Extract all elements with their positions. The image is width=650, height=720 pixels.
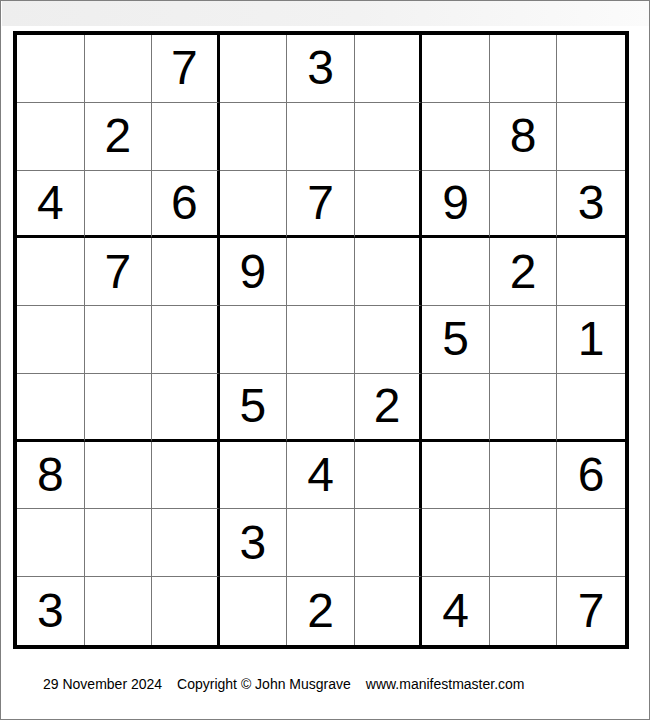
sudoku-cell-r4c5	[287, 238, 355, 306]
sudoku-cell-r5c5	[287, 306, 355, 374]
sudoku-cell-r7c7	[422, 442, 490, 510]
sudoku-cell-r1c2	[85, 35, 153, 103]
sudoku-cell-r7c9: 6	[557, 442, 625, 510]
sudoku-cell-r4c9	[557, 238, 625, 306]
sudoku-cell-r6c3	[152, 374, 220, 442]
sudoku-cell-r7c2	[85, 442, 153, 510]
sudoku-cell-r2c7	[422, 103, 490, 171]
sudoku-cell-r7c8	[490, 442, 558, 510]
sudoku-cell-r4c2: 7	[85, 238, 153, 306]
sudoku-board: 732846793792515284633247	[13, 31, 629, 649]
sudoku-cell-r6c5	[287, 374, 355, 442]
sudoku-cell-r7c1: 8	[17, 442, 85, 510]
sudoku-cell-r8c7	[422, 509, 490, 577]
sudoku-cell-r3c8	[490, 171, 558, 239]
sudoku-cell-r4c8: 2	[490, 238, 558, 306]
sudoku-cell-r3c5: 7	[287, 171, 355, 239]
sudoku-cell-r8c8	[490, 509, 558, 577]
sudoku-cell-r8c2	[85, 509, 153, 577]
sudoku-cell-r1c1	[17, 35, 85, 103]
puzzle-page: 732846793792515284633247 29 November 202…	[0, 0, 650, 720]
sudoku-cell-r8c9	[557, 509, 625, 577]
sudoku-cell-r9c6	[355, 577, 423, 645]
top-strip	[2, 1, 649, 26]
puzzle-date: 29 November 2024	[43, 676, 162, 692]
sudoku-cell-r3c1: 4	[17, 171, 85, 239]
sudoku-cell-r3c7: 9	[422, 171, 490, 239]
sudoku-cell-r5c8	[490, 306, 558, 374]
sudoku-cell-r9c2	[85, 577, 153, 645]
sudoku-cell-r8c6	[355, 509, 423, 577]
sudoku-cell-r5c4	[220, 306, 288, 374]
sudoku-cell-r7c6	[355, 442, 423, 510]
sudoku-cell-r4c1	[17, 238, 85, 306]
sudoku-cell-r1c5: 3	[287, 35, 355, 103]
sudoku-cell-r3c9: 3	[557, 171, 625, 239]
sudoku-cell-r5c2	[85, 306, 153, 374]
sudoku-cell-r3c3: 6	[152, 171, 220, 239]
sudoku-cell-r2c8: 8	[490, 103, 558, 171]
sudoku-cell-r1c6	[355, 35, 423, 103]
sudoku-cell-r2c9	[557, 103, 625, 171]
sudoku-cell-r9c7: 4	[422, 577, 490, 645]
sudoku-cell-r8c4: 3	[220, 509, 288, 577]
sudoku-cell-r1c9	[557, 35, 625, 103]
sudoku-cell-r9c5: 2	[287, 577, 355, 645]
sudoku-cell-r6c8	[490, 374, 558, 442]
sudoku-cell-r3c6	[355, 171, 423, 239]
sudoku-cell-r4c6	[355, 238, 423, 306]
sudoku-cell-r6c2	[85, 374, 153, 442]
sudoku-cell-r2c4	[220, 103, 288, 171]
sudoku-cell-r1c7	[422, 35, 490, 103]
sudoku-cell-r6c9	[557, 374, 625, 442]
sudoku-cell-r2c2: 2	[85, 103, 153, 171]
sudoku-cell-r9c4	[220, 577, 288, 645]
sudoku-cell-r4c4: 9	[220, 238, 288, 306]
sudoku-cell-r9c8	[490, 577, 558, 645]
sudoku-cell-r9c9: 7	[557, 577, 625, 645]
sudoku-cell-r9c3	[152, 577, 220, 645]
sudoku-cell-r5c7: 5	[422, 306, 490, 374]
sudoku-cell-r2c1	[17, 103, 85, 171]
sudoku-cell-r2c3	[152, 103, 220, 171]
sudoku-cell-r6c6: 2	[355, 374, 423, 442]
sudoku-cell-r2c6	[355, 103, 423, 171]
sudoku-cell-r3c4	[220, 171, 288, 239]
sudoku-cell-r4c7	[422, 238, 490, 306]
sudoku-cell-r4c3	[152, 238, 220, 306]
sudoku-cell-r6c7	[422, 374, 490, 442]
sudoku-cell-r8c5	[287, 509, 355, 577]
sudoku-cell-r5c9: 1	[557, 306, 625, 374]
sudoku-cell-r2c5	[287, 103, 355, 171]
copyright-text: Copyright © John Musgrave	[177, 676, 351, 692]
sudoku-cell-r3c2	[85, 171, 153, 239]
sudoku-cell-r8c1	[17, 509, 85, 577]
sudoku-cell-r7c4	[220, 442, 288, 510]
footer: 29 November 2024 Copyright © John Musgra…	[43, 676, 525, 692]
sudoku-cell-r1c8	[490, 35, 558, 103]
sudoku-cell-r8c3	[152, 509, 220, 577]
sudoku-cell-r1c4	[220, 35, 288, 103]
website-url: www.manifestmaster.com	[366, 676, 525, 692]
sudoku-cell-r1c3: 7	[152, 35, 220, 103]
sudoku-cell-r6c4: 5	[220, 374, 288, 442]
sudoku-cell-r5c3	[152, 306, 220, 374]
sudoku-cell-r9c1: 3	[17, 577, 85, 645]
sudoku-cell-r6c1	[17, 374, 85, 442]
sudoku-cell-r5c6	[355, 306, 423, 374]
sudoku-cell-r7c3	[152, 442, 220, 510]
sudoku-cell-r5c1	[17, 306, 85, 374]
sudoku-cell-r7c5: 4	[287, 442, 355, 510]
